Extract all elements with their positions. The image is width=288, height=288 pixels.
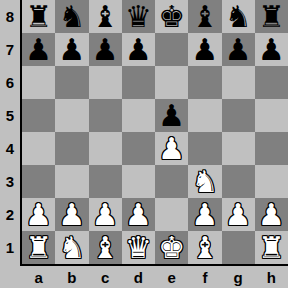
square-a3[interactable]	[22, 165, 55, 198]
black-pawn-a7[interactable]: ♟	[25, 33, 52, 66]
black-pawn-e5[interactable]: ♟	[158, 99, 185, 132]
square-h5[interactable]	[255, 99, 288, 132]
black-bishop-c8[interactable]: ♝	[92, 0, 119, 33]
square-b7[interactable]: ♟	[55, 33, 88, 66]
square-h3[interactable]	[255, 165, 288, 198]
white-queen-d1[interactable]: ♛	[125, 231, 152, 264]
file-label-f: f	[188, 266, 221, 288]
square-b6[interactable]	[55, 66, 88, 99]
square-g1[interactable]	[222, 231, 255, 264]
black-pawn-f7[interactable]: ♟	[191, 33, 218, 66]
white-pawn-g2[interactable]: ♟	[225, 198, 252, 231]
square-b8[interactable]: ♞	[55, 0, 88, 33]
square-f6[interactable]	[188, 66, 221, 99]
white-rook-h1[interactable]: ♜	[258, 231, 285, 264]
square-e2[interactable]	[155, 198, 188, 231]
rank-label-7: 7	[0, 33, 20, 66]
file-label-b: b	[55, 266, 88, 288]
file-label-h: h	[255, 266, 288, 288]
square-a7[interactable]: ♟	[22, 33, 55, 66]
square-e1[interactable]: ♚	[155, 231, 188, 264]
file-label-e: e	[155, 266, 188, 288]
black-queen-d8[interactable]: ♛	[125, 0, 152, 33]
black-pawn-d7[interactable]: ♟	[125, 33, 152, 66]
white-pawn-c2[interactable]: ♟	[92, 198, 119, 231]
square-a4[interactable]	[22, 132, 55, 165]
chess-gui: 87654321 ♜♞♝♛♚♝♞♜♟♟♟♟♟♟♟♟♟♞♟♟♟♟♟♟♟♜♞♝♛♚♝…	[0, 0, 288, 288]
white-bishop-f1[interactable]: ♝	[191, 231, 218, 264]
square-a1[interactable]: ♜	[22, 231, 55, 264]
file-label-c: c	[89, 266, 122, 288]
square-a5[interactable]	[22, 99, 55, 132]
square-h6[interactable]	[255, 66, 288, 99]
rank-label-5: 5	[0, 99, 20, 132]
square-f7[interactable]: ♟	[188, 33, 221, 66]
square-c7[interactable]: ♟	[89, 33, 122, 66]
white-knight-b1[interactable]: ♞	[58, 231, 85, 264]
square-e4[interactable]: ♟	[155, 132, 188, 165]
square-g3[interactable]	[222, 165, 255, 198]
square-d1[interactable]: ♛	[122, 231, 155, 264]
white-pawn-b2[interactable]: ♟	[58, 198, 85, 231]
square-f8[interactable]: ♝	[188, 0, 221, 33]
square-h4[interactable]	[255, 132, 288, 165]
square-c3[interactable]	[89, 165, 122, 198]
white-pawn-e4[interactable]: ♟	[158, 132, 185, 165]
square-c4[interactable]	[89, 132, 122, 165]
square-c2[interactable]: ♟	[89, 198, 122, 231]
rank-labels: 87654321	[0, 0, 20, 264]
square-c6[interactable]	[89, 66, 122, 99]
rank-label-4: 4	[0, 132, 20, 165]
rank-label-8: 8	[0, 0, 20, 33]
square-e8[interactable]: ♚	[155, 0, 188, 33]
chess-board[interactable]: ♜♞♝♛♚♝♞♜♟♟♟♟♟♟♟♟♟♞♟♟♟♟♟♟♟♜♞♝♛♚♝♜	[20, 0, 288, 266]
white-knight-f3[interactable]: ♞	[191, 165, 218, 198]
square-g4[interactable]	[222, 132, 255, 165]
square-d8[interactable]: ♛	[122, 0, 155, 33]
square-g2[interactable]: ♟	[222, 198, 255, 231]
square-b4[interactable]	[55, 132, 88, 165]
square-c8[interactable]: ♝	[89, 0, 122, 33]
square-d6[interactable]	[122, 66, 155, 99]
file-label-d: d	[122, 266, 155, 288]
black-knight-b8[interactable]: ♞	[58, 0, 85, 33]
white-pawn-a2[interactable]: ♟	[25, 198, 52, 231]
rank-label-1: 1	[0, 231, 20, 264]
black-bishop-f8[interactable]: ♝	[191, 0, 218, 33]
square-f1[interactable]: ♝	[188, 231, 221, 264]
file-label-a: a	[22, 266, 55, 288]
square-e6[interactable]	[155, 66, 188, 99]
square-h1[interactable]: ♜	[255, 231, 288, 264]
square-g5[interactable]	[222, 99, 255, 132]
black-pawn-g7[interactable]: ♟	[225, 33, 252, 66]
rank-label-2: 2	[0, 198, 20, 231]
square-b2[interactable]: ♟	[55, 198, 88, 231]
square-f3[interactable]: ♞	[188, 165, 221, 198]
square-d3[interactable]	[122, 165, 155, 198]
white-pawn-d2[interactable]: ♟	[125, 198, 152, 231]
white-pawn-f2[interactable]: ♟	[191, 198, 218, 231]
square-f4[interactable]	[188, 132, 221, 165]
square-e7[interactable]	[155, 33, 188, 66]
file-label-g: g	[222, 266, 255, 288]
square-b3[interactable]	[55, 165, 88, 198]
black-pawn-b7[interactable]: ♟	[58, 33, 85, 66]
black-knight-g8[interactable]: ♞	[225, 0, 252, 33]
square-d4[interactable]	[122, 132, 155, 165]
square-g7[interactable]: ♟	[222, 33, 255, 66]
square-d5[interactable]	[122, 99, 155, 132]
square-b1[interactable]: ♞	[55, 231, 88, 264]
square-b5[interactable]	[55, 99, 88, 132]
black-pawn-h7[interactable]: ♟	[258, 33, 285, 66]
square-h2[interactable]: ♟	[255, 198, 288, 231]
white-pawn-h2[interactable]: ♟	[258, 198, 285, 231]
white-rook-a1[interactable]: ♜	[25, 231, 52, 264]
square-f5[interactable]	[188, 99, 221, 132]
square-e3[interactable]	[155, 165, 188, 198]
black-rook-h8[interactable]: ♜	[258, 0, 285, 33]
rank-label-3: 3	[0, 165, 20, 198]
square-h8[interactable]: ♜	[255, 0, 288, 33]
black-rook-a8[interactable]: ♜	[25, 0, 52, 33]
square-e5[interactable]: ♟	[155, 99, 188, 132]
square-g8[interactable]: ♞	[222, 0, 255, 33]
white-bishop-c1[interactable]: ♝	[92, 231, 119, 264]
square-c5[interactable]	[89, 99, 122, 132]
square-h7[interactable]: ♟	[255, 33, 288, 66]
square-g6[interactable]	[222, 66, 255, 99]
square-a6[interactable]	[22, 66, 55, 99]
rank-label-6: 6	[0, 66, 20, 99]
square-a8[interactable]: ♜	[22, 0, 55, 33]
file-labels: abcdefgh	[22, 266, 288, 288]
black-king-e8[interactable]: ♚	[158, 0, 185, 33]
square-d2[interactable]: ♟	[122, 198, 155, 231]
square-c1[interactable]: ♝	[89, 231, 122, 264]
square-f2[interactable]: ♟	[188, 198, 221, 231]
white-king-e1[interactable]: ♚	[158, 231, 185, 264]
square-d7[interactable]: ♟	[122, 33, 155, 66]
black-pawn-c7[interactable]: ♟	[92, 33, 119, 66]
square-a2[interactable]: ♟	[22, 198, 55, 231]
